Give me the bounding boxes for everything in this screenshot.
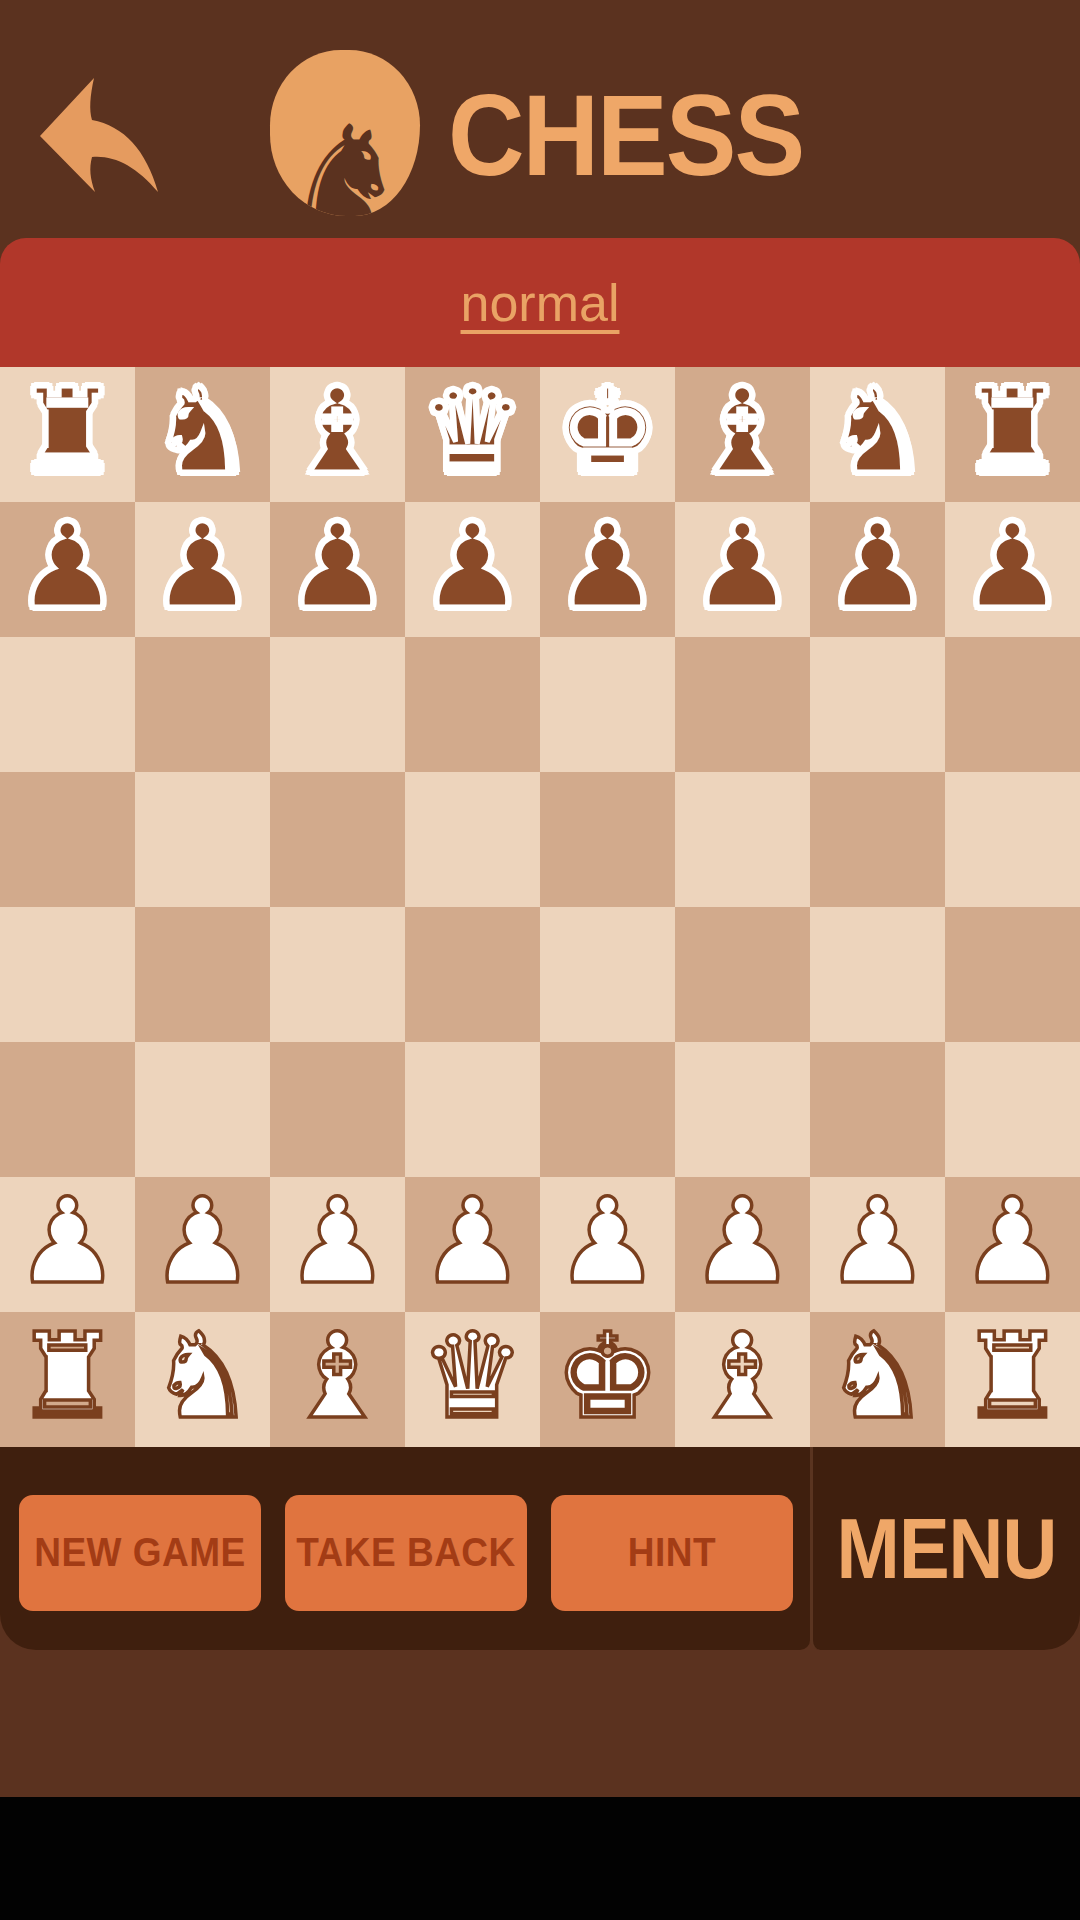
square-g1[interactable]: ♞ <box>810 1312 945 1447</box>
square-c8[interactable]: ♝ <box>270 367 405 502</box>
square-f6[interactable] <box>675 637 810 772</box>
hint-label: HINT <box>628 1529 716 1576</box>
square-d2[interactable]: ♟ <box>405 1177 540 1312</box>
square-g8[interactable]: ♞ <box>810 367 945 502</box>
piece-black-bishop[interactable]: ♝ <box>690 372 796 498</box>
piece-black-pawn[interactable]: ♟ <box>960 507 1066 633</box>
piece-white-pawn[interactable]: ♟ <box>960 1182 1066 1308</box>
square-c3[interactable] <box>270 1042 405 1177</box>
square-a5[interactable] <box>0 772 135 907</box>
piece-white-pawn[interactable]: ♟ <box>285 1182 391 1308</box>
square-h3[interactable] <box>945 1042 1080 1177</box>
square-e3[interactable] <box>540 1042 675 1177</box>
square-c7[interactable]: ♟ <box>270 502 405 637</box>
menu-button[interactable]: MENU <box>837 1500 1057 1597</box>
piece-black-knight[interactable]: ♞ <box>150 372 256 498</box>
square-g6[interactable] <box>810 637 945 772</box>
square-h6[interactable] <box>945 637 1080 772</box>
square-f8[interactable]: ♝ <box>675 367 810 502</box>
piece-white-rook[interactable]: ♜ <box>960 1317 1066 1443</box>
app-logo: ♞ <box>270 50 420 216</box>
piece-white-bishop[interactable]: ♝ <box>690 1317 796 1443</box>
square-c1[interactable]: ♝ <box>270 1312 405 1447</box>
square-a1[interactable]: ♜ <box>0 1312 135 1447</box>
knight-logo-icon: ♞ <box>283 108 407 216</box>
square-e1[interactable]: ♚ <box>540 1312 675 1447</box>
square-c5[interactable] <box>270 772 405 907</box>
take-back-label: TAKE BACK <box>296 1529 516 1576</box>
square-b2[interactable]: ♟ <box>135 1177 270 1312</box>
chess-app-screen: ♞ CHESS normal ♜♞♝♛♚♝♞♜♟♟♟♟♟♟♟♟♟♟♟♟♟♟♟♟♜… <box>0 0 1080 1920</box>
square-e5[interactable] <box>540 772 675 907</box>
square-g3[interactable] <box>810 1042 945 1177</box>
square-a7[interactable]: ♟ <box>0 502 135 637</box>
android-navbar <box>0 1797 1080 1920</box>
piece-white-pawn[interactable]: ♟ <box>555 1182 661 1308</box>
back-arrow-icon <box>30 62 162 204</box>
square-h2[interactable]: ♟ <box>945 1177 1080 1312</box>
hint-button[interactable]: HINT <box>551 1495 793 1611</box>
square-b5[interactable] <box>135 772 270 907</box>
piece-black-pawn[interactable]: ♟ <box>825 507 931 633</box>
chess-board: ♜♞♝♛♚♝♞♜♟♟♟♟♟♟♟♟♟♟♟♟♟♟♟♟♜♞♝♛♚♝♞♜ <box>0 367 1080 1447</box>
square-d5[interactable] <box>405 772 540 907</box>
piece-white-pawn[interactable]: ♟ <box>15 1182 121 1308</box>
piece-white-king[interactable]: ♚ <box>555 1317 661 1443</box>
square-d3[interactable] <box>405 1042 540 1177</box>
square-e4[interactable] <box>540 907 675 1042</box>
square-h4[interactable] <box>945 907 1080 1042</box>
square-h1[interactable]: ♜ <box>945 1312 1080 1447</box>
piece-black-bishop[interactable]: ♝ <box>285 372 391 498</box>
piece-black-pawn[interactable]: ♟ <box>420 507 526 633</box>
difficulty-banner: normal <box>0 238 1080 367</box>
square-b8[interactable]: ♞ <box>135 367 270 502</box>
square-f4[interactable] <box>675 907 810 1042</box>
app-title: CHESS <box>448 70 848 201</box>
menu-panel: MENU <box>810 1447 1080 1650</box>
square-a2[interactable]: ♟ <box>0 1177 135 1312</box>
square-f3[interactable] <box>675 1042 810 1177</box>
square-h5[interactable] <box>945 772 1080 907</box>
square-f2[interactable]: ♟ <box>675 1177 810 1312</box>
square-h8[interactable]: ♜ <box>945 367 1080 502</box>
square-f1[interactable]: ♝ <box>675 1312 810 1447</box>
piece-black-pawn[interactable]: ♟ <box>285 507 391 633</box>
difficulty-selector[interactable]: normal <box>461 273 620 333</box>
piece-black-queen[interactable]: ♛ <box>420 372 526 498</box>
back-button[interactable] <box>30 62 162 204</box>
square-d6[interactable] <box>405 637 540 772</box>
square-a4[interactable] <box>0 907 135 1042</box>
piece-black-rook[interactable]: ♜ <box>15 372 121 498</box>
square-c4[interactable] <box>270 907 405 1042</box>
piece-white-knight[interactable]: ♞ <box>150 1317 256 1443</box>
app-header: ♞ CHESS <box>0 0 1080 238</box>
piece-black-pawn[interactable]: ♟ <box>690 507 796 633</box>
piece-black-knight[interactable]: ♞ <box>825 372 931 498</box>
piece-white-pawn[interactable]: ♟ <box>420 1182 526 1308</box>
piece-black-rook[interactable]: ♜ <box>960 372 1066 498</box>
new-game-label: NEW GAME <box>34 1529 246 1576</box>
piece-black-king[interactable]: ♚ <box>555 372 661 498</box>
square-b3[interactable] <box>135 1042 270 1177</box>
piece-white-pawn[interactable]: ♟ <box>825 1182 931 1308</box>
square-d7[interactable]: ♟ <box>405 502 540 637</box>
square-g7[interactable]: ♟ <box>810 502 945 637</box>
square-b4[interactable] <box>135 907 270 1042</box>
square-e7[interactable]: ♟ <box>540 502 675 637</box>
square-e8[interactable]: ♚ <box>540 367 675 502</box>
square-b1[interactable]: ♞ <box>135 1312 270 1447</box>
toolbar-panel: NEW GAME TAKE BACK HINT <box>0 1447 810 1650</box>
square-f7[interactable]: ♟ <box>675 502 810 637</box>
toolbar-button-row: NEW GAME TAKE BACK HINT <box>19 1495 793 1611</box>
square-a3[interactable] <box>0 1042 135 1177</box>
piece-white-bishop[interactable]: ♝ <box>285 1317 391 1443</box>
square-b7[interactable]: ♟ <box>135 502 270 637</box>
square-d4[interactable] <box>405 907 540 1042</box>
square-e6[interactable] <box>540 637 675 772</box>
new-game-button[interactable]: NEW GAME <box>19 1495 261 1611</box>
square-a6[interactable] <box>0 637 135 772</box>
take-back-button[interactable]: TAKE BACK <box>285 1495 527 1611</box>
square-e2[interactable]: ♟ <box>540 1177 675 1312</box>
square-g4[interactable] <box>810 907 945 1042</box>
piece-white-knight[interactable]: ♞ <box>825 1317 931 1443</box>
square-h7[interactable]: ♟ <box>945 502 1080 637</box>
square-b6[interactable] <box>135 637 270 772</box>
piece-white-queen[interactable]: ♛ <box>420 1317 526 1443</box>
piece-white-pawn[interactable]: ♟ <box>690 1182 796 1308</box>
square-d1[interactable]: ♛ <box>405 1312 540 1447</box>
piece-black-pawn[interactable]: ♟ <box>15 507 121 633</box>
square-f5[interactable] <box>675 772 810 907</box>
piece-white-pawn[interactable]: ♟ <box>150 1182 256 1308</box>
square-d8[interactable]: ♛ <box>405 367 540 502</box>
square-g2[interactable]: ♟ <box>810 1177 945 1312</box>
square-c6[interactable] <box>270 637 405 772</box>
square-g5[interactable] <box>810 772 945 907</box>
piece-black-pawn[interactable]: ♟ <box>555 507 661 633</box>
piece-black-pawn[interactable]: ♟ <box>150 507 256 633</box>
square-c2[interactable]: ♟ <box>270 1177 405 1312</box>
square-a8[interactable]: ♜ <box>0 367 135 502</box>
piece-white-rook[interactable]: ♜ <box>15 1317 121 1443</box>
